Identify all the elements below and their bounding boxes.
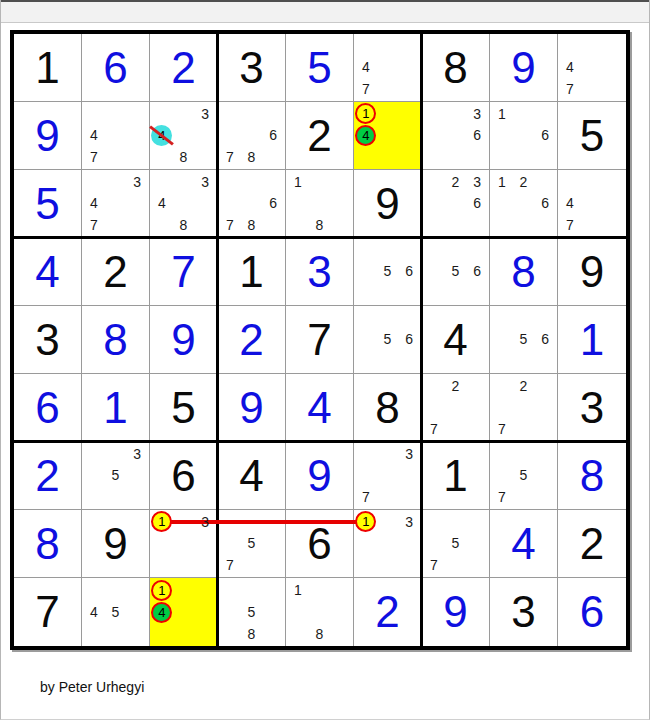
cell-r6c9[interactable]: 3 <box>558 374 626 442</box>
cell-r2c6[interactable]: 14 <box>354 102 422 170</box>
candidate-4: 4 <box>559 57 581 79</box>
candidate-2: 2 <box>445 171 467 193</box>
given-digit: 5 <box>558 102 626 169</box>
cell-r5c8[interactable]: 56 <box>490 306 558 374</box>
cell-r9c5[interactable]: 18 <box>286 578 354 646</box>
candidate-6: 6 <box>534 125 556 147</box>
candidate-1: 1 <box>491 103 513 125</box>
given-digit: 3 <box>218 34 285 101</box>
candidate-7: 7 <box>559 78 581 100</box>
cell-r6c5[interactable]: 4 <box>286 374 354 442</box>
solved-digit: 8 <box>490 238 557 305</box>
circled-candidate-1: 1 <box>151 580 172 601</box>
candidate-7: 7 <box>423 554 445 576</box>
given-digit: 7 <box>286 306 353 373</box>
given-digit: 8 <box>422 34 489 101</box>
cell-r3c4[interactable]: 678 <box>218 170 286 238</box>
candidate-3: 3 <box>194 171 216 193</box>
candidate-2: 2 <box>513 171 535 193</box>
candidate-8: 8 <box>241 214 263 236</box>
cell-r8c1[interactable]: 8 <box>14 510 82 578</box>
solved-digit: 6 <box>558 578 626 646</box>
cell-r3c7[interactable]: 236 <box>422 170 490 238</box>
candidate-6: 6 <box>398 329 420 351</box>
candidate-5: 5 <box>105 601 127 623</box>
candidate-6: 6 <box>398 261 420 283</box>
cell-r4c7[interactable]: 56 <box>422 238 490 306</box>
cell-r7c1[interactable]: 2 <box>14 442 82 510</box>
given-digit: 9 <box>354 170 421 237</box>
solved-digit: 9 <box>490 34 557 101</box>
given-digit: 9 <box>558 238 626 305</box>
candidate-7: 7 <box>559 214 581 236</box>
cell-r3c1[interactable]: 5 <box>14 170 82 238</box>
cell-r7c6[interactable]: 37 <box>354 442 422 510</box>
candidates: 347 <box>83 171 148 236</box>
candidate-3: 3 <box>194 103 216 125</box>
candidates: 58 <box>219 579 284 645</box>
given-digit: 9 <box>82 510 149 577</box>
solved-digit: 4 <box>286 374 353 441</box>
cell-r1c7[interactable]: 8 <box>422 34 490 102</box>
candidate-5: 5 <box>241 533 263 555</box>
candidate-1: 1 <box>151 511 173 533</box>
cell-r7c8[interactable]: 57 <box>490 442 558 510</box>
solved-digit: 4 <box>14 238 81 305</box>
cell-r6c3[interactable]: 5 <box>150 374 218 442</box>
cell-r1c9[interactable]: 47 <box>558 34 626 102</box>
candidate-4: 4 <box>151 193 173 215</box>
candidates: 47 <box>559 35 625 100</box>
candidates: 13 <box>151 511 216 576</box>
given-digit: 4 <box>422 306 489 373</box>
candidates: 348 <box>151 103 216 168</box>
solved-digit: 9 <box>286 442 353 509</box>
candidate-5: 5 <box>377 261 399 283</box>
candidates: 14 <box>355 103 420 168</box>
cell-r3c8[interactable]: 126 <box>490 170 558 238</box>
candidate-5: 5 <box>513 465 535 487</box>
cell-r9c6[interactable]: 2 <box>354 578 422 646</box>
cell-r7c5[interactable]: 9 <box>286 442 354 510</box>
cell-r9c8[interactable]: 3 <box>490 578 558 646</box>
candidate-6: 6 <box>466 193 488 215</box>
solved-digit: 9 <box>150 306 217 373</box>
box-border-horizontal-1 <box>14 236 626 239</box>
candidates: 18 <box>287 579 352 645</box>
cell-r5c5[interactable]: 7 <box>286 306 354 374</box>
candidates: 56 <box>355 239 420 304</box>
given-digit: 2 <box>558 510 626 577</box>
candidates: 35 <box>83 443 148 508</box>
sudoku-grid: 1623547894794734867821436165534734867818… <box>14 34 626 646</box>
candidates: 56 <box>423 239 488 304</box>
candidate-4: 4 <box>355 125 377 147</box>
circled-candidate-1: 1 <box>355 511 376 532</box>
cell-r8c7[interactable]: 57 <box>422 510 490 578</box>
cell-r7c2[interactable]: 35 <box>82 442 150 510</box>
eliminated-candidate-4: 4 <box>151 125 172 146</box>
cell-r7c9[interactable]: 8 <box>558 442 626 510</box>
candidate-4: 4 <box>151 601 173 623</box>
cell-r8c8[interactable]: 4 <box>490 510 558 578</box>
candidate-6: 6 <box>466 125 488 147</box>
candidates: 13 <box>355 511 420 576</box>
candidate-4: 4 <box>83 193 105 215</box>
cell-r6c4[interactable]: 9 <box>218 374 286 442</box>
cell-r4c6[interactable]: 56 <box>354 238 422 306</box>
candidate-3: 3 <box>398 511 420 533</box>
candidate-6: 6 <box>534 193 556 215</box>
cell-r6c6[interactable]: 8 <box>354 374 422 442</box>
solved-digit: 1 <box>82 374 149 441</box>
solved-digit: 4 <box>490 510 557 577</box>
cell-r5c3[interactable]: 9 <box>150 306 218 374</box>
candidate-1: 1 <box>151 579 173 601</box>
cell-r1c1[interactable]: 1 <box>14 34 82 102</box>
candidate-7: 7 <box>83 146 105 168</box>
cell-r8c6[interactable]: 13 <box>354 510 422 578</box>
solved-digit: 3 <box>286 238 353 305</box>
candidate-4: 4 <box>83 125 105 147</box>
candidate-3: 3 <box>126 171 148 193</box>
given-digit: 3 <box>14 306 81 373</box>
candidate-5: 5 <box>445 261 467 283</box>
candidate-4: 4 <box>83 601 105 623</box>
candidate-5: 5 <box>105 465 127 487</box>
cell-r6c2[interactable]: 1 <box>82 374 150 442</box>
solved-digit: 8 <box>82 306 149 373</box>
candidates: 47 <box>83 103 148 168</box>
solved-digit: 5 <box>286 34 353 101</box>
given-digit: 2 <box>286 102 353 169</box>
cell-r4c1[interactable]: 4 <box>14 238 82 306</box>
cell-r1c5[interactable]: 5 <box>286 34 354 102</box>
candidates: 56 <box>355 307 420 372</box>
solved-digit: 2 <box>354 578 421 646</box>
window-top-strip <box>0 0 650 23</box>
candidate-1: 1 <box>287 171 309 193</box>
candidate-5: 5 <box>513 329 535 351</box>
circled-candidate-1: 1 <box>355 103 376 124</box>
candidates: 45 <box>83 579 148 645</box>
candidate-7: 7 <box>83 214 105 236</box>
given-digit: 2 <box>82 238 149 305</box>
solved-digit: 6 <box>82 34 149 101</box>
cell-r5c7[interactable]: 4 <box>422 306 490 374</box>
candidates: 18 <box>287 171 352 236</box>
candidate-7: 7 <box>219 214 241 236</box>
cell-r2c9[interactable]: 5 <box>558 102 626 170</box>
candidate-3: 3 <box>466 171 488 193</box>
candidate-3: 3 <box>466 103 488 125</box>
cell-r2c5[interactable]: 2 <box>286 102 354 170</box>
cell-r6c1[interactable]: 6 <box>14 374 82 442</box>
candidate-6: 6 <box>534 329 556 351</box>
cell-r4c2[interactable]: 2 <box>82 238 150 306</box>
candidates: 47 <box>355 35 420 100</box>
cell-r1c6[interactable]: 47 <box>354 34 422 102</box>
given-digit: 3 <box>490 578 557 646</box>
cell-r2c2[interactable]: 47 <box>82 102 150 170</box>
candidates: 56 <box>491 307 556 372</box>
given-digit: 8 <box>354 374 421 441</box>
candidate-7: 7 <box>219 554 241 576</box>
candidate-7: 7 <box>219 146 241 168</box>
candidate-5: 5 <box>377 329 399 351</box>
candidate-5: 5 <box>445 533 467 555</box>
circled-candidate-4: 4 <box>355 125 376 146</box>
cell-r9c9[interactable]: 6 <box>558 578 626 646</box>
cell-r3c5[interactable]: 18 <box>286 170 354 238</box>
cell-r7c4[interactable]: 4 <box>218 442 286 510</box>
solved-digit: 6 <box>14 374 81 441</box>
cell-r4c4[interactable]: 1 <box>218 238 286 306</box>
cell-r3c6[interactable]: 9 <box>354 170 422 238</box>
cell-r1c3[interactable]: 2 <box>150 34 218 102</box>
candidate-8: 8 <box>173 214 195 236</box>
cell-r5c4[interactable]: 2 <box>218 306 286 374</box>
candidate-7: 7 <box>423 418 445 440</box>
given-digit: 4 <box>218 442 285 509</box>
cell-r9c7[interactable]: 9 <box>422 578 490 646</box>
candidates: 57 <box>219 511 284 576</box>
candidates: 14 <box>151 579 216 645</box>
cell-r1c8[interactable]: 9 <box>490 34 558 102</box>
cell-r4c9[interactable]: 9 <box>558 238 626 306</box>
solved-digit: 9 <box>422 578 489 646</box>
cell-r9c3[interactable]: 14 <box>150 578 218 646</box>
candidate-1: 1 <box>491 171 513 193</box>
cell-r6c8[interactable]: 27 <box>490 374 558 442</box>
candidates: 36 <box>423 103 488 168</box>
solved-digit: 8 <box>558 442 626 509</box>
candidate-6: 6 <box>466 261 488 283</box>
cell-r2c7[interactable]: 36 <box>422 102 490 170</box>
candidate-6: 6 <box>262 193 284 215</box>
cell-r2c8[interactable]: 16 <box>490 102 558 170</box>
candidates: 57 <box>491 443 556 508</box>
candidate-7: 7 <box>355 78 377 100</box>
cell-r7c7[interactable]: 1 <box>422 442 490 510</box>
cell-r3c2[interactable]: 347 <box>82 170 150 238</box>
cell-r4c8[interactable]: 8 <box>490 238 558 306</box>
solved-digit: 1 <box>558 306 626 373</box>
candidates: 27 <box>491 375 556 440</box>
candidate-1: 1 <box>355 103 377 125</box>
cell-r6c7[interactable]: 27 <box>422 374 490 442</box>
candidate-3: 3 <box>126 443 148 465</box>
cell-r5c1[interactable]: 3 <box>14 306 82 374</box>
solved-digit: 2 <box>14 442 81 509</box>
candidate-8: 8 <box>173 146 195 168</box>
given-digit: 7 <box>14 578 81 646</box>
solved-digit: 8 <box>14 510 81 577</box>
solved-digit: 2 <box>218 306 285 373</box>
candidates: 126 <box>491 171 556 236</box>
candidates: 27 <box>423 375 488 440</box>
candidate-4: 4 <box>559 193 581 215</box>
candidate-7: 7 <box>491 486 513 508</box>
candidate-4: 4 <box>355 57 377 79</box>
given-digit: 6 <box>150 442 217 509</box>
sudoku-board: 1623547894794734867821436165534734867818… <box>10 30 630 650</box>
solved-digit: 2 <box>150 34 217 101</box>
candidate-2: 2 <box>513 375 535 397</box>
candidate-4: 4 <box>151 125 173 147</box>
candidate-1: 1 <box>287 579 309 601</box>
cell-r1c4[interactable]: 3 <box>218 34 286 102</box>
candidates: 47 <box>559 171 625 236</box>
cell-r9c1[interactable]: 7 <box>14 578 82 646</box>
solved-digit: 5 <box>14 170 81 237</box>
cell-r7c3[interactable]: 6 <box>150 442 218 510</box>
cell-r8c2[interactable]: 9 <box>82 510 150 578</box>
candidates: 678 <box>219 171 284 236</box>
cell-r4c5[interactable]: 3 <box>286 238 354 306</box>
given-digit: 1 <box>14 34 81 101</box>
given-digit: 1 <box>422 442 489 509</box>
cell-r9c2[interactable]: 45 <box>82 578 150 646</box>
circled-candidate-1: 1 <box>151 511 172 532</box>
cell-r5c9[interactable]: 1 <box>558 306 626 374</box>
solved-digit: 9 <box>14 102 81 169</box>
candidate-8: 8 <box>309 214 331 236</box>
candidates: 37 <box>355 443 420 508</box>
candidate-8: 8 <box>241 146 263 168</box>
candidates: 57 <box>423 511 488 576</box>
candidate-3: 3 <box>194 511 216 533</box>
cell-r4c3[interactable]: 7 <box>150 238 218 306</box>
cell-r2c4[interactable]: 678 <box>218 102 286 170</box>
cell-r8c4[interactable]: 57 <box>218 510 286 578</box>
candidate-5: 5 <box>241 601 263 623</box>
solved-digit: 7 <box>150 238 217 305</box>
cell-r3c3[interactable]: 348 <box>150 170 218 238</box>
cell-r2c3[interactable]: 348 <box>150 102 218 170</box>
candidates: 16 <box>491 103 556 168</box>
cell-r5c2[interactable]: 8 <box>82 306 150 374</box>
candidate-7: 7 <box>355 486 377 508</box>
given-digit: 3 <box>558 374 626 441</box>
author-credit: by Peter Urhegyi <box>40 679 144 695</box>
cell-r5c6[interactable]: 56 <box>354 306 422 374</box>
circled-candidate-4: 4 <box>151 602 172 623</box>
solved-digit: 9 <box>218 374 285 441</box>
given-digit: 1 <box>218 238 285 305</box>
cell-r9c4[interactable]: 58 <box>218 578 286 646</box>
cell-r1c2[interactable]: 6 <box>82 34 150 102</box>
candidate-7: 7 <box>491 418 513 440</box>
candidates: 348 <box>151 171 216 236</box>
cell-r2c1[interactable]: 9 <box>14 102 82 170</box>
candidate-8: 8 <box>309 623 331 645</box>
candidate-6: 6 <box>262 125 284 147</box>
cell-r3c9[interactable]: 47 <box>558 170 626 238</box>
cell-r8c3[interactable]: 13 <box>150 510 218 578</box>
candidate-8: 8 <box>241 623 263 645</box>
cell-r8c9[interactable]: 2 <box>558 510 626 578</box>
candidates: 678 <box>219 103 284 168</box>
candidate-1: 1 <box>355 511 377 533</box>
given-digit: 5 <box>150 374 217 441</box>
candidates: 236 <box>423 171 488 236</box>
candidate-2: 2 <box>445 375 467 397</box>
candidate-3: 3 <box>398 443 420 465</box>
